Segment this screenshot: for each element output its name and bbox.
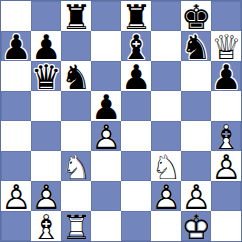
square-b5[interactable] [31, 91, 61, 121]
piece-outline-layer: ♔ [181, 210, 211, 242]
square-d4[interactable]: ♟♙ [91, 121, 121, 151]
square-c3[interactable]: ♞♘ [61, 151, 91, 181]
square-h6[interactable]: ♟ [211, 61, 241, 91]
white-knight[interactable]: ♞♘ [61, 151, 91, 181]
chess-board: ♜♜♚♟♟♝♞♛♕♛♞♟♟♟♟♙♝♗♞♘♞♘♟♙♟♙♟♙♟♙♟♙♝♗♜♖♚♔ [0, 0, 242, 242]
square-b6[interactable]: ♛ [31, 61, 61, 91]
square-d1[interactable] [91, 211, 121, 241]
piece-glyph: ♞ [181, 30, 211, 64]
square-d3[interactable] [91, 151, 121, 181]
square-c8[interactable]: ♜ [61, 1, 91, 31]
square-e3[interactable] [121, 151, 151, 181]
white-pawn[interactable]: ♟♙ [151, 181, 181, 211]
square-f6[interactable] [151, 61, 181, 91]
square-g6[interactable] [181, 61, 211, 91]
white-bishop[interactable]: ♝♗ [31, 211, 61, 241]
piece-outline-layer: ♙ [211, 150, 241, 184]
square-a4[interactable] [1, 121, 31, 151]
square-f8[interactable] [151, 1, 181, 31]
square-f2[interactable]: ♟♙ [151, 181, 181, 211]
piece-glyph: ♜ [61, 0, 91, 34]
square-c1[interactable]: ♜♖ [61, 211, 91, 241]
black-rook[interactable]: ♜ [61, 1, 91, 31]
black-pawn[interactable]: ♟ [211, 61, 241, 91]
black-pawn[interactable]: ♟ [121, 61, 151, 91]
white-pawn[interactable]: ♟♙ [211, 151, 241, 181]
square-f7[interactable] [151, 31, 181, 61]
square-a2[interactable]: ♟♙ [1, 181, 31, 211]
square-c5[interactable] [61, 91, 91, 121]
square-g1[interactable]: ♚♔ [181, 211, 211, 241]
square-b4[interactable] [31, 121, 61, 151]
square-f5[interactable] [151, 91, 181, 121]
square-d8[interactable] [91, 1, 121, 31]
square-f1[interactable] [151, 211, 181, 241]
square-e6[interactable]: ♟ [121, 61, 151, 91]
square-a6[interactable] [1, 61, 31, 91]
piece-glyph: ♟ [121, 60, 151, 94]
square-d2[interactable] [91, 181, 121, 211]
piece-outline-layer: ♗ [31, 210, 61, 242]
square-h3[interactable]: ♟♙ [211, 151, 241, 181]
black-queen[interactable]: ♛ [31, 61, 61, 91]
square-d7[interactable] [91, 31, 121, 61]
square-a7[interactable]: ♟ [1, 31, 31, 61]
square-b1[interactable]: ♝♗ [31, 211, 61, 241]
square-e4[interactable] [121, 121, 151, 151]
square-g7[interactable]: ♞ [181, 31, 211, 61]
black-knight[interactable]: ♞ [181, 31, 211, 61]
square-h1[interactable] [211, 211, 241, 241]
piece-glyph: ♞ [61, 60, 91, 94]
piece-outline-layer: ♘ [61, 150, 91, 184]
piece-glyph: ♟ [211, 60, 241, 94]
square-e2[interactable] [121, 181, 151, 211]
square-e5[interactable] [121, 91, 151, 121]
black-knight[interactable]: ♞ [61, 61, 91, 91]
white-rook[interactable]: ♜♖ [61, 211, 91, 241]
piece-outline-layer: ♙ [151, 180, 181, 214]
square-h2[interactable] [211, 181, 241, 211]
black-pawn[interactable]: ♟ [1, 31, 31, 61]
piece-outline-layer: ♙ [1, 180, 31, 214]
white-king[interactable]: ♚♔ [181, 211, 211, 241]
piece-outline-layer: ♙ [91, 120, 121, 154]
square-e1[interactable] [121, 211, 151, 241]
square-a1[interactable] [1, 211, 31, 241]
square-g5[interactable] [181, 91, 211, 121]
piece-glyph: ♟ [1, 30, 31, 64]
square-c6[interactable]: ♞ [61, 61, 91, 91]
square-a5[interactable] [1, 91, 31, 121]
piece-outline-layer: ♖ [61, 210, 91, 242]
piece-glyph: ♛ [31, 60, 61, 94]
white-pawn[interactable]: ♟♙ [91, 121, 121, 151]
square-g4[interactable] [181, 121, 211, 151]
white-pawn[interactable]: ♟♙ [1, 181, 31, 211]
